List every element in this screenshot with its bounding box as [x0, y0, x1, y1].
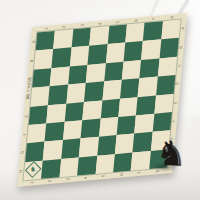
file-label: F — [23, 133, 27, 136]
square — [122, 60, 142, 80]
square — [99, 117, 119, 137]
square — [59, 157, 79, 177]
square — [125, 23, 145, 43]
rank-label: 6 — [120, 173, 124, 176]
square — [41, 159, 61, 179]
black-knight-piece[interactable]: ♞ — [155, 135, 187, 170]
square — [53, 29, 73, 49]
square — [140, 58, 160, 78]
square — [79, 137, 99, 157]
square — [123, 41, 143, 61]
square — [30, 86, 50, 106]
rank-label: 4 — [84, 176, 88, 179]
file-label: F — [172, 120, 176, 123]
square — [43, 140, 63, 160]
square — [133, 132, 153, 152]
file-label: D — [175, 82, 179, 85]
rank-label: 1 — [30, 181, 34, 184]
square — [36, 31, 56, 51]
square — [88, 45, 108, 65]
square — [89, 26, 109, 46]
square — [84, 81, 104, 101]
file-label: E — [25, 115, 29, 118]
square — [141, 40, 161, 60]
square — [82, 100, 102, 120]
square — [113, 152, 133, 172]
square — [159, 38, 179, 58]
rank-label: 7 — [138, 171, 142, 174]
rank-label: 1 — [44, 27, 48, 30]
square — [152, 112, 172, 132]
rank-label: 6 — [134, 19, 138, 22]
rank-label: 3 — [80, 24, 84, 27]
square — [158, 57, 178, 77]
square — [68, 65, 88, 85]
rank-label: 3 — [66, 178, 70, 181]
square — [27, 123, 47, 143]
rank-label: 2 — [48, 180, 52, 183]
square — [61, 139, 81, 159]
square — [71, 28, 91, 48]
square — [138, 77, 158, 97]
square — [86, 63, 106, 83]
square — [77, 155, 97, 175]
file-label: C — [177, 64, 181, 67]
square — [50, 66, 70, 86]
square — [81, 118, 101, 138]
file-label: H — [19, 170, 23, 173]
square — [117, 115, 137, 135]
square — [48, 85, 68, 105]
square — [25, 142, 45, 162]
file-label: A — [31, 40, 35, 43]
file-label: B — [179, 45, 183, 48]
square — [32, 68, 52, 88]
file-label: E — [174, 101, 178, 104]
rank-label: 2 — [62, 26, 66, 29]
square — [47, 103, 67, 123]
square — [136, 95, 156, 115]
square — [95, 154, 115, 174]
square — [66, 83, 86, 103]
square — [104, 61, 124, 81]
square — [102, 80, 122, 100]
square — [105, 43, 125, 63]
rank-label: 4 — [98, 22, 102, 25]
square — [52, 48, 72, 68]
file-label: B — [30, 59, 34, 62]
file-label: A — [181, 27, 185, 30]
file-label: G — [21, 151, 25, 154]
square — [156, 75, 176, 95]
square — [45, 122, 65, 142]
rank-label: 5 — [102, 175, 106, 178]
square — [29, 105, 49, 125]
rank-label: 5 — [116, 21, 120, 24]
square — [161, 20, 181, 40]
square — [118, 97, 138, 117]
rank-label: 7 — [152, 18, 156, 21]
square — [100, 98, 120, 118]
square — [97, 135, 117, 155]
square — [154, 94, 174, 114]
square — [131, 151, 151, 171]
square — [64, 102, 84, 122]
photo-scene: 12345678 12345678 ABCDEFGH ABCDEFGH US C… — [0, 0, 200, 200]
square — [70, 46, 90, 66]
emblem-knight-icon: ♞ — [30, 166, 37, 174]
square — [143, 21, 163, 41]
square — [63, 120, 83, 140]
square — [134, 114, 154, 134]
square — [34, 49, 54, 69]
square — [120, 78, 140, 98]
rank-label: 8 — [170, 16, 174, 19]
square — [107, 24, 127, 44]
square — [115, 134, 135, 154]
